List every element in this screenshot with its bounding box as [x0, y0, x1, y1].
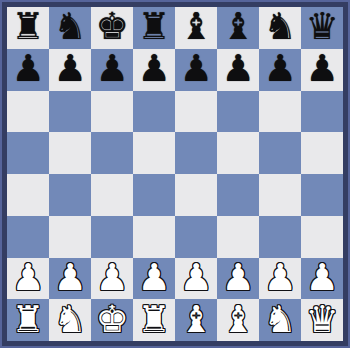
- square-e2[interactable]: ♟: [175, 258, 217, 300]
- square-f5[interactable]: [217, 132, 259, 174]
- square-h1[interactable]: ♛: [301, 299, 343, 341]
- square-g1[interactable]: ♞: [259, 299, 301, 341]
- square-a6[interactable]: [7, 91, 49, 133]
- square-e8[interactable]: ♝: [175, 7, 217, 49]
- square-c6[interactable]: [91, 91, 133, 133]
- square-f4[interactable]: [217, 174, 259, 216]
- square-b8[interactable]: ♞: [49, 7, 91, 49]
- piece-black-king[interactable]: ♚: [95, 8, 128, 45]
- square-e6[interactable]: [175, 91, 217, 133]
- square-h3[interactable]: [301, 216, 343, 258]
- piece-black-knight[interactable]: ♞: [263, 8, 296, 45]
- square-f6[interactable]: [217, 91, 259, 133]
- square-f8[interactable]: ♝: [217, 7, 259, 49]
- square-d5[interactable]: [133, 132, 175, 174]
- square-g4[interactable]: [259, 174, 301, 216]
- square-h7[interactable]: ♟: [301, 49, 343, 91]
- piece-black-bishop[interactable]: ♝: [179, 8, 212, 45]
- square-d2[interactable]: ♟: [133, 258, 175, 300]
- piece-black-pawn[interactable]: ♟: [137, 50, 170, 87]
- piece-black-pawn[interactable]: ♟: [221, 50, 254, 87]
- square-e7[interactable]: ♟: [175, 49, 217, 91]
- piece-black-rook[interactable]: ♜: [11, 8, 44, 45]
- square-d4[interactable]: [133, 174, 175, 216]
- piece-white-knight[interactable]: ♞: [53, 301, 86, 338]
- square-c2[interactable]: ♟: [91, 258, 133, 300]
- square-h6[interactable]: [301, 91, 343, 133]
- square-g2[interactable]: ♟: [259, 258, 301, 300]
- square-c4[interactable]: [91, 174, 133, 216]
- chess-board: ♜♞♚♜♝♝♞♛♟♟♟♟♟♟♟♟♟♟♟♟♟♟♟♟♜♞♚♜♝♝♞♛: [7, 7, 343, 341]
- piece-white-bishop[interactable]: ♝: [179, 301, 212, 338]
- piece-white-rook[interactable]: ♜: [11, 301, 44, 338]
- piece-white-bishop[interactable]: ♝: [221, 301, 254, 338]
- piece-black-queen[interactable]: ♛: [305, 8, 338, 45]
- piece-white-pawn[interactable]: ♟: [263, 259, 296, 296]
- square-a1[interactable]: ♜: [7, 299, 49, 341]
- piece-black-pawn[interactable]: ♟: [263, 50, 296, 87]
- square-g6[interactable]: [259, 91, 301, 133]
- square-e4[interactable]: [175, 174, 217, 216]
- square-b1[interactable]: ♞: [49, 299, 91, 341]
- square-a2[interactable]: ♟: [7, 258, 49, 300]
- square-d6[interactable]: [133, 91, 175, 133]
- piece-white-knight[interactable]: ♞: [263, 301, 296, 338]
- square-f1[interactable]: ♝: [217, 299, 259, 341]
- piece-black-rook[interactable]: ♜: [137, 8, 170, 45]
- square-f7[interactable]: ♟: [217, 49, 259, 91]
- square-c5[interactable]: [91, 132, 133, 174]
- piece-black-knight[interactable]: ♞: [53, 8, 86, 45]
- square-b7[interactable]: ♟: [49, 49, 91, 91]
- square-h4[interactable]: [301, 174, 343, 216]
- square-g7[interactable]: ♟: [259, 49, 301, 91]
- square-c7[interactable]: ♟: [91, 49, 133, 91]
- piece-white-pawn[interactable]: ♟: [221, 259, 254, 296]
- square-d8[interactable]: ♜: [133, 7, 175, 49]
- piece-black-pawn[interactable]: ♟: [53, 50, 86, 87]
- piece-black-pawn[interactable]: ♟: [305, 50, 338, 87]
- square-g5[interactable]: [259, 132, 301, 174]
- square-a3[interactable]: [7, 216, 49, 258]
- piece-white-pawn[interactable]: ♟: [53, 259, 86, 296]
- square-f2[interactable]: ♟: [217, 258, 259, 300]
- piece-white-rook[interactable]: ♜: [137, 301, 170, 338]
- piece-white-pawn[interactable]: ♟: [11, 259, 44, 296]
- square-d7[interactable]: ♟: [133, 49, 175, 91]
- square-b6[interactable]: [49, 91, 91, 133]
- square-f3[interactable]: [217, 216, 259, 258]
- square-h8[interactable]: ♛: [301, 7, 343, 49]
- square-e5[interactable]: [175, 132, 217, 174]
- square-e1[interactable]: ♝: [175, 299, 217, 341]
- square-h5[interactable]: [301, 132, 343, 174]
- piece-black-pawn[interactable]: ♟: [179, 50, 212, 87]
- square-a8[interactable]: ♜: [7, 7, 49, 49]
- square-b3[interactable]: [49, 216, 91, 258]
- square-a7[interactable]: ♟: [7, 49, 49, 91]
- square-d1[interactable]: ♜: [133, 299, 175, 341]
- square-g3[interactable]: [259, 216, 301, 258]
- piece-black-bishop[interactable]: ♝: [221, 8, 254, 45]
- square-a4[interactable]: [7, 174, 49, 216]
- square-a5[interactable]: [7, 132, 49, 174]
- piece-white-pawn[interactable]: ♟: [137, 259, 170, 296]
- square-c8[interactable]: ♚: [91, 7, 133, 49]
- square-b5[interactable]: [49, 132, 91, 174]
- piece-black-pawn[interactable]: ♟: [11, 50, 44, 87]
- square-b2[interactable]: ♟: [49, 258, 91, 300]
- square-e3[interactable]: [175, 216, 217, 258]
- square-d3[interactable]: [133, 216, 175, 258]
- square-h2[interactable]: ♟: [301, 258, 343, 300]
- square-b4[interactable]: [49, 174, 91, 216]
- piece-white-king[interactable]: ♚: [95, 301, 128, 338]
- square-c3[interactable]: [91, 216, 133, 258]
- piece-white-pawn[interactable]: ♟: [179, 259, 212, 296]
- piece-black-pawn[interactable]: ♟: [95, 50, 128, 87]
- square-g8[interactable]: ♞: [259, 7, 301, 49]
- chess-board-frame: ♜♞♚♜♝♝♞♛♟♟♟♟♟♟♟♟♟♟♟♟♟♟♟♟♜♞♚♜♝♝♞♛: [0, 0, 350, 348]
- piece-white-pawn[interactable]: ♟: [95, 259, 128, 296]
- piece-white-pawn[interactable]: ♟: [305, 259, 338, 296]
- piece-white-queen[interactable]: ♛: [305, 301, 338, 338]
- square-c1[interactable]: ♚: [91, 299, 133, 341]
